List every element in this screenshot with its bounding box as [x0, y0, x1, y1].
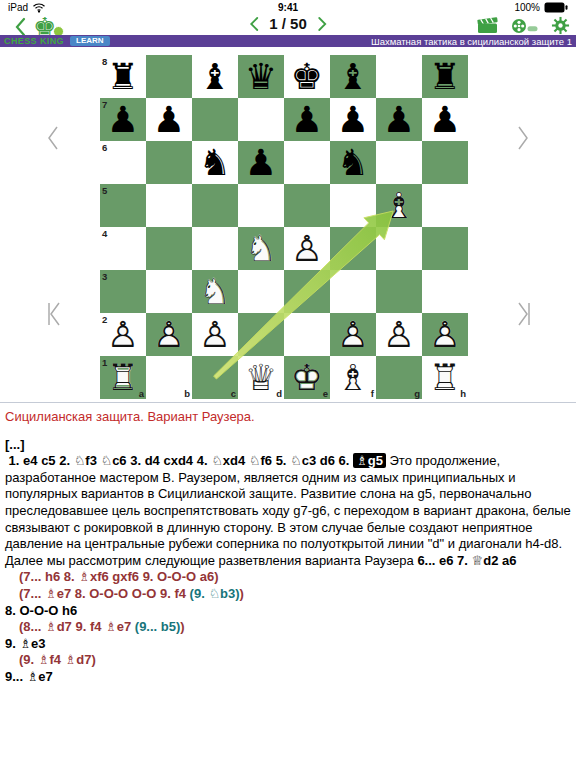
square-f8[interactable]: ♝ [330, 55, 376, 98]
file-label: g [414, 388, 420, 399]
file-label: c [231, 388, 236, 399]
move-text[interactable]: (9. ♘b3) [190, 586, 240, 601]
square-g3[interactable] [376, 270, 422, 313]
move-text[interactable]: 9... ♗e7 [5, 669, 53, 684]
square-c6[interactable]: ♞ [192, 141, 238, 184]
annotation-line: (7... ♗e7 8. O-O-O O-O 9. f4 (9. ♘b3)) [5, 586, 571, 603]
square-d1[interactable]: d♛♕ [238, 356, 284, 399]
move-text[interactable]: (9. ♗f4 ♗d7) [19, 652, 96, 667]
piece-black-king: ♚ [284, 55, 330, 98]
piece-white-pawn: ♙ [284, 227, 330, 270]
square-b1[interactable]: b [146, 356, 192, 399]
piece-black-queen: ♛ [238, 55, 284, 98]
square-g4[interactable] [376, 227, 422, 270]
device-label: iPad [8, 2, 28, 13]
content-area: 8♜♝♛♚♝♜7♟♟♟♟♟♟6♞♟♞5♝♗4♞♘♟♙3♞♘2♟♙♟♙♟♙♟♙♟♙… [0, 47, 576, 768]
annotation-line: (7... h6 8. ♗xf6 gxf6 9. O-O-O a6) [5, 569, 571, 586]
rank-label: 5 [102, 185, 107, 196]
learn-badge: LEARN [70, 36, 110, 46]
square-e2[interactable] [284, 313, 330, 356]
square-a2[interactable]: 2♟♙ [100, 313, 146, 356]
piece-white-knight: ♘ [238, 227, 284, 270]
piece-black-pawn: ♟ [376, 98, 422, 141]
square-d7[interactable] [238, 98, 284, 141]
file-label: a [139, 388, 144, 399]
prev-lesson-arrow-icon[interactable] [46, 125, 60, 151]
square-f1[interactable]: f♝♗ [330, 356, 376, 399]
piece-black-rook: ♜ [422, 55, 468, 98]
square-d8[interactable]: ♛ [238, 55, 284, 98]
piece-black-bishop: ♝ [192, 55, 238, 98]
piece-white-pawn: ♙ [330, 313, 376, 356]
square-c1[interactable]: c [192, 356, 238, 399]
annotation-panel: Сицилианская защита. Вариант Раузера. [.… [0, 403, 576, 686]
square-h3[interactable] [422, 270, 468, 313]
square-e8[interactable]: ♚ [284, 55, 330, 98]
move-text[interactable]: 1. e4 c5 2. ♘f3 ♘c6 3. d4 cxd4 4. ♘xd4 ♘… [5, 453, 353, 468]
chess-board[interactable]: 8♜♝♛♚♝♜7♟♟♟♟♟♟6♞♟♞5♝♗4♞♘♟♙3♞♘2♟♙♟♙♟♙♟♙♟♙… [100, 55, 468, 399]
square-h4[interactable] [422, 227, 468, 270]
square-f5[interactable] [330, 184, 376, 227]
square-g6[interactable] [376, 141, 422, 184]
next-move-button[interactable] [317, 16, 327, 32]
square-b5[interactable] [146, 184, 192, 227]
battery-percent: 100% [514, 2, 540, 13]
square-a3[interactable]: 3 [100, 270, 146, 313]
file-label: e [323, 388, 328, 399]
app-screen: iPad 9:41 100% ♚ [0, 0, 576, 768]
rank-label: 6 [102, 142, 107, 153]
move-commentary: [...] 1. e4 c5 2. ♘f3 ♘c6 3. d4 cxd4 4. … [5, 437, 571, 686]
annotation-line: (8... ♗d7 9. f4 ♗e7 (9... b5)) [5, 619, 571, 636]
piece-black-pawn: ♟ [238, 141, 284, 184]
square-e7[interactable]: ♟ [284, 98, 330, 141]
piece-white-knight: ♘ [192, 270, 238, 313]
file-label: b [184, 388, 190, 399]
prev-move-button[interactable] [249, 16, 259, 32]
brand-name: CHESS KING [4, 36, 64, 46]
piece-white-pawn: ♙ [146, 313, 192, 356]
rank-label: 3 [102, 271, 107, 282]
status-bar: iPad 9:41 100% [0, 0, 576, 14]
settings-gear-icon[interactable] [551, 16, 570, 35]
square-h7[interactable]: ♟ [422, 98, 468, 141]
piece-black-pawn: ♟ [146, 98, 192, 141]
move-text[interactable]: 6... e6 7. ♕d2 a6 [417, 553, 516, 568]
square-a1[interactable]: 1a♜♖ [100, 356, 146, 399]
square-f3[interactable] [330, 270, 376, 313]
square-c4[interactable] [192, 227, 238, 270]
square-a4[interactable]: 4 [100, 227, 146, 270]
annotation-line: (9. ♗f4 ♗d7) [5, 652, 571, 669]
move-text[interactable]: (9... b5) [135, 619, 181, 634]
board-wrapper: 8♜♝♛♚♝♜7♟♟♟♟♟♟6♞♟♞5♝♗4♞♘♟♙3♞♘2♟♙♟♙♟♙♟♙♟♙… [100, 55, 468, 399]
square-g1[interactable]: g [376, 356, 422, 399]
lesson-title: Сицилианская защита. Вариант Раузера. [5, 409, 571, 426]
rank-label: 1 [102, 357, 107, 368]
piece-white-pawn: ♙ [376, 313, 422, 356]
file-label: d [276, 388, 282, 399]
wifi-icon [32, 2, 46, 13]
move-text[interactable]: (7... ♗e7 8. O-O-O O-O 9. f4 [19, 586, 190, 601]
square-e5[interactable] [284, 184, 330, 227]
piece-black-pawn: ♟ [330, 98, 376, 141]
rank-label: 8 [102, 56, 107, 67]
first-move-arrow-icon[interactable] [46, 301, 62, 327]
file-label: h [460, 388, 466, 399]
square-c3[interactable]: ♞♘ [192, 270, 238, 313]
square-h6[interactable] [422, 141, 468, 184]
piece-black-knight: ♞ [192, 141, 238, 184]
square-f6[interactable]: ♞ [330, 141, 376, 184]
rank-label: 4 [102, 228, 107, 239]
piece-black-knight: ♞ [330, 141, 376, 184]
piece-black-bishop: ♝ [330, 55, 376, 98]
piece-white-pawn: ♙ [422, 313, 468, 356]
piece-white-pawn: ♙ [192, 313, 238, 356]
square-b4[interactable] [146, 227, 192, 270]
square-h8[interactable]: ♜ [422, 55, 468, 98]
square-d6[interactable]: ♟ [238, 141, 284, 184]
move-counter[interactable]: 1 / 50 [269, 15, 307, 32]
square-f4[interactable] [330, 227, 376, 270]
square-c2[interactable]: ♟♙ [192, 313, 238, 356]
square-d5[interactable] [238, 184, 284, 227]
piece-white-bishop: ♗ [376, 184, 422, 227]
move-text[interactable]: 9. ♗e3 [5, 636, 46, 651]
annotation-line: 9... ♗e7 [5, 669, 571, 686]
course-title: Шахматная тактика в сицилианской защите … [371, 36, 572, 47]
video-clapper-icon[interactable] [477, 17, 499, 34]
square-e6[interactable] [284, 141, 330, 184]
brand-bar: CHESS KING LEARN Шахматная тактика в сиц… [0, 35, 576, 47]
piece-white-bishop: ♗ [330, 356, 376, 399]
current-move-chip[interactable]: ♗g5 [353, 453, 386, 468]
square-g7[interactable]: ♟ [376, 98, 422, 141]
square-b7[interactable]: ♟ [146, 98, 192, 141]
square-b3[interactable] [146, 270, 192, 313]
square-g5[interactable]: ♝♗ [376, 184, 422, 227]
square-g2[interactable]: ♟♙ [376, 313, 422, 356]
annotation-line: [...] [5, 437, 571, 454]
square-e3[interactable] [284, 270, 330, 313]
square-b2[interactable]: ♟♙ [146, 313, 192, 356]
annotation-line: 9. ♗e3 [5, 636, 571, 653]
rank-label: 7 [102, 99, 107, 110]
film-reel-toggle-icon[interactable] [511, 18, 539, 34]
file-label: f [371, 388, 374, 399]
square-a5[interactable]: 5 [100, 184, 146, 227]
square-e1[interactable]: e♚♔ [284, 356, 330, 399]
move-text[interactable]: (7... h6 8. ♗xf6 gxf6 9. O-O-O a6) [19, 569, 219, 584]
last-move-arrow-icon[interactable] [516, 301, 532, 327]
square-d2[interactable] [238, 313, 284, 356]
toolbar: ♚ 1 / 50 [0, 14, 576, 35]
square-b8[interactable] [146, 55, 192, 98]
move-text[interactable]: 8. O-O-O h6 [5, 603, 77, 618]
square-f2[interactable]: ♟♙ [330, 313, 376, 356]
square-h1[interactable]: h♜♖ [422, 356, 468, 399]
square-a6[interactable]: 6 [100, 141, 146, 184]
move-text[interactable]: (8... ♗d7 9. f4 ♗e7 [19, 619, 135, 634]
square-c8[interactable]: ♝ [192, 55, 238, 98]
square-a7[interactable]: 7♟ [100, 98, 146, 141]
square-c5[interactable] [192, 184, 238, 227]
square-e4[interactable]: ♟♙ [284, 227, 330, 270]
piece-black-pawn: ♟ [284, 98, 330, 141]
next-lesson-arrow-icon[interactable] [516, 125, 530, 151]
annotation-line: 8. O-O-O h6 [5, 603, 571, 620]
commentary-text: Это продолжение, разработанное мастером … [5, 453, 571, 568]
move-text[interactable]: ) [240, 586, 244, 601]
square-d4[interactable]: ♞♘ [238, 227, 284, 270]
clock-time: 9:41 [278, 2, 298, 13]
square-h5[interactable] [422, 184, 468, 227]
square-c7[interactable] [192, 98, 238, 141]
square-d3[interactable] [238, 270, 284, 313]
annotation-line: 1. e4 c5 2. ♘f3 ♘c6 3. d4 cxd4 4. ♘xd4 ♘… [5, 453, 571, 569]
square-b6[interactable] [146, 141, 192, 184]
square-h2[interactable]: ♟♙ [422, 313, 468, 356]
square-g8[interactable] [376, 55, 422, 98]
piece-black-pawn: ♟ [422, 98, 468, 141]
move-text[interactable]: [...] [5, 437, 25, 452]
rank-label: 2 [102, 314, 107, 325]
battery-icon [544, 2, 568, 13]
move-text[interactable]: ) [180, 619, 184, 634]
square-a8[interactable]: 8♜ [100, 55, 146, 98]
square-f7[interactable]: ♟ [330, 98, 376, 141]
